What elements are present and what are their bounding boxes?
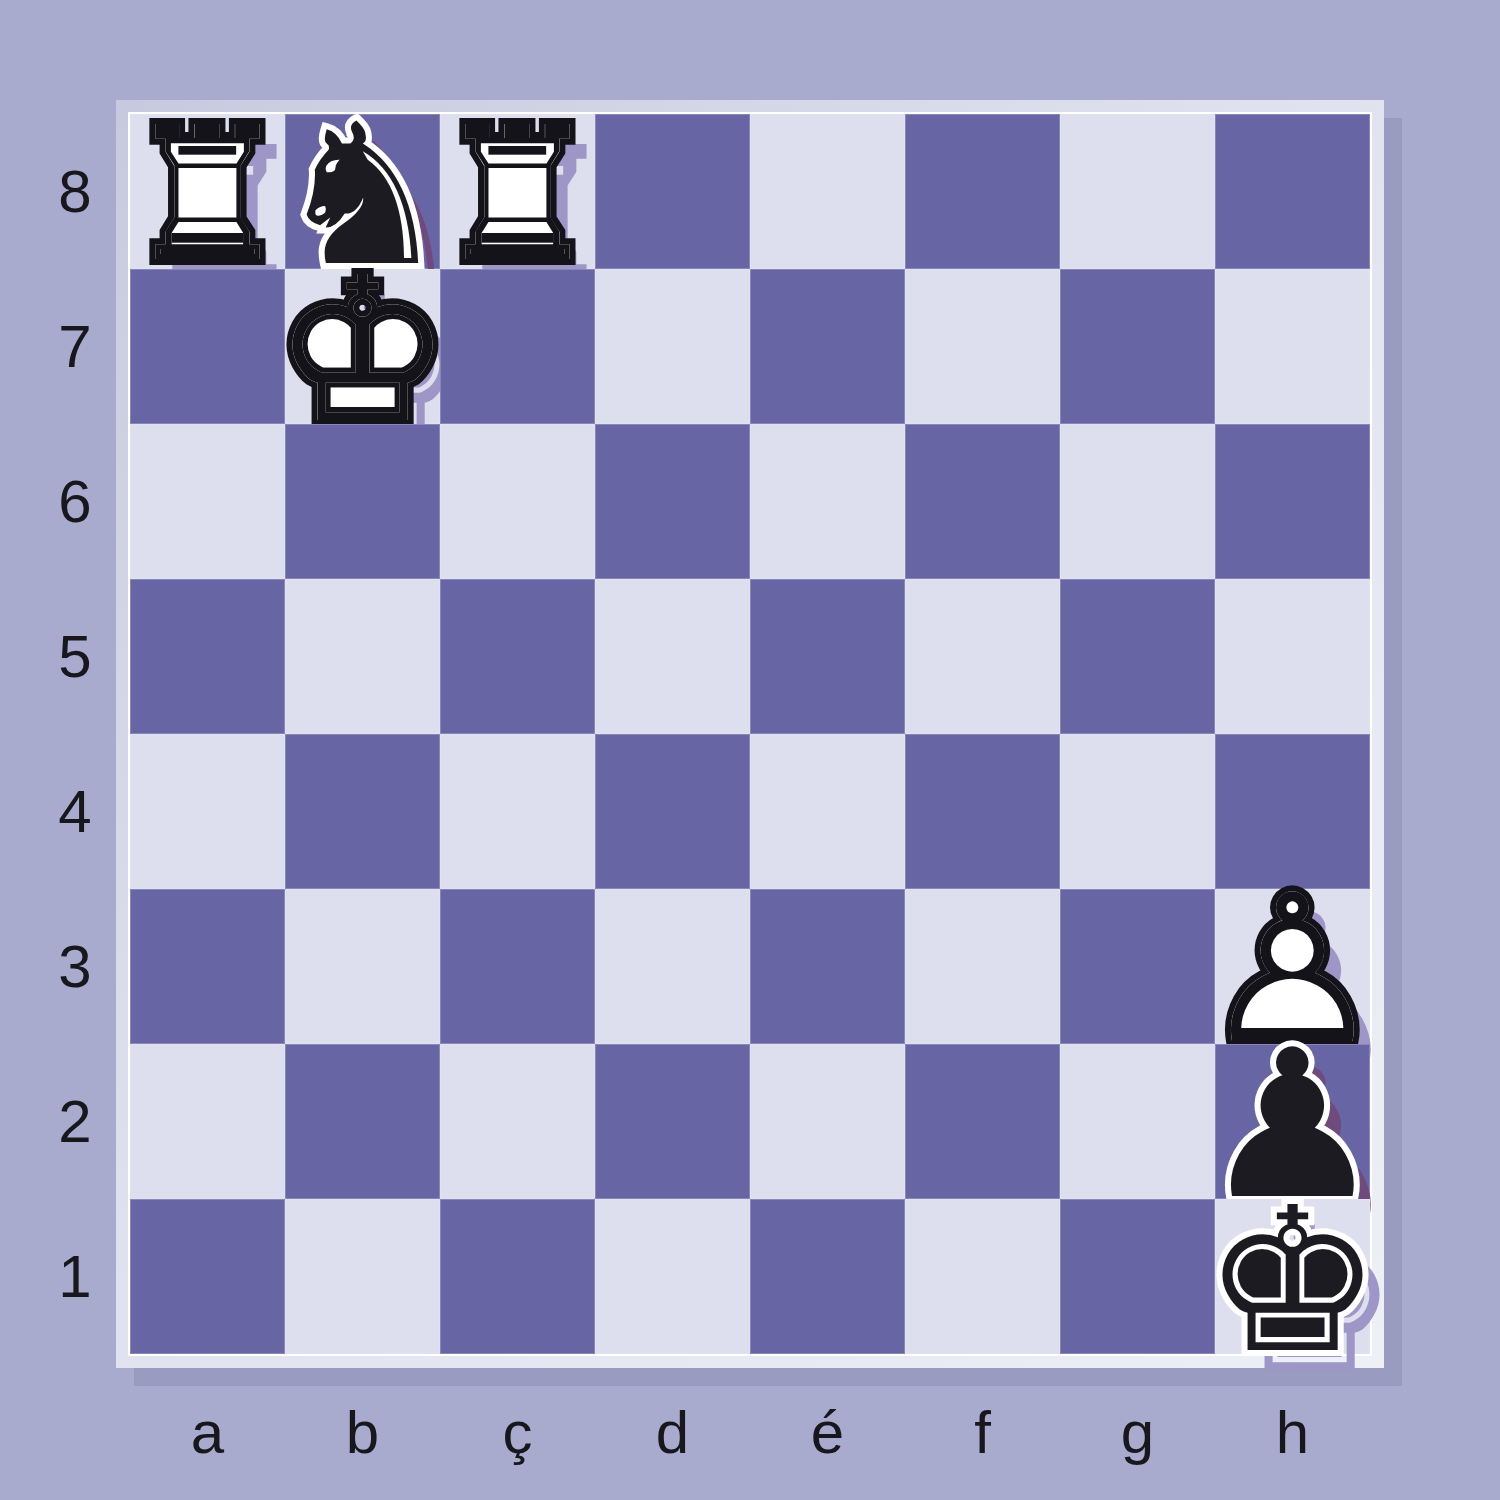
chess-board: ♜♜♜♖♞♞♞♜♜♜♖♚♚♚♔♟♟♟♙♟♟♟♚♚♚	[130, 114, 1370, 1354]
white-rook-c8[interactable]: ♜♜♜♖	[440, 114, 595, 269]
file-label-g: g	[1060, 1386, 1215, 1478]
square-d8[interactable]	[595, 114, 750, 269]
square-b4[interactable]	[285, 734, 440, 889]
square-a6[interactable]	[130, 424, 285, 579]
square-b8[interactable]: ♞♞♞	[285, 114, 440, 269]
square-c5[interactable]	[440, 579, 595, 734]
square-f8[interactable]	[905, 114, 1060, 269]
file-label-c: ç	[440, 1386, 595, 1478]
square-h8[interactable]	[1215, 114, 1370, 269]
rank-label-8: 8	[40, 114, 110, 269]
square-e3[interactable]	[750, 889, 905, 1044]
rank-label-3: 3	[40, 889, 110, 1044]
square-g6[interactable]	[1060, 424, 1215, 579]
square-h7[interactable]	[1215, 269, 1370, 424]
square-h1[interactable]: ♚♚♚	[1215, 1199, 1370, 1354]
square-c1[interactable]	[440, 1199, 595, 1354]
square-e7[interactable]	[750, 269, 905, 424]
square-d3[interactable]	[595, 889, 750, 1044]
file-label-a: a	[130, 1386, 285, 1478]
square-b2[interactable]	[285, 1044, 440, 1199]
square-d4[interactable]	[595, 734, 750, 889]
rank-label-1: 1	[40, 1199, 110, 1354]
white-rook-a8[interactable]: ♜♜♜♖	[130, 114, 285, 269]
square-d2[interactable]	[595, 1044, 750, 1199]
black-king-h1[interactable]: ♚♚♚	[1215, 1199, 1370, 1354]
rank-label-4: 4	[40, 734, 110, 889]
square-a1[interactable]	[130, 1199, 285, 1354]
black-pawn-h2[interactable]: ♟♟♟	[1215, 1044, 1370, 1199]
square-a4[interactable]	[130, 734, 285, 889]
square-g2[interactable]	[1060, 1044, 1215, 1199]
square-g3[interactable]	[1060, 889, 1215, 1044]
square-d7[interactable]	[595, 269, 750, 424]
square-a3[interactable]	[130, 889, 285, 1044]
square-h3[interactable]: ♟♟♟♙	[1215, 889, 1370, 1044]
square-e8[interactable]	[750, 114, 905, 269]
square-g1[interactable]	[1060, 1199, 1215, 1354]
rank-labels: 87654321	[40, 114, 110, 1354]
file-label-f: f	[905, 1386, 1060, 1478]
square-f1[interactable]	[905, 1199, 1060, 1354]
rank-label-2: 2	[40, 1044, 110, 1199]
square-f2[interactable]	[905, 1044, 1060, 1199]
file-label-e: é	[750, 1386, 905, 1478]
black-knight-b8[interactable]: ♞♞♞	[285, 114, 440, 269]
square-b3[interactable]	[285, 889, 440, 1044]
square-f6[interactable]	[905, 424, 1060, 579]
square-c6[interactable]	[440, 424, 595, 579]
rank-label-5: 5	[40, 579, 110, 734]
square-e5[interactable]	[750, 579, 905, 734]
chess-diagram: 87654321 ♜♜♜♖♞♞♞♜♜♜♖♚♚♚♔♟♟♟♙♟♟♟♚♚♚ abçdé…	[0, 0, 1500, 1500]
square-e1[interactable]	[750, 1199, 905, 1354]
square-f4[interactable]	[905, 734, 1060, 889]
square-a8[interactable]: ♜♜♜♖	[130, 114, 285, 269]
square-g4[interactable]	[1060, 734, 1215, 889]
square-g7[interactable]	[1060, 269, 1215, 424]
square-b5[interactable]	[285, 579, 440, 734]
square-c3[interactable]	[440, 889, 595, 1044]
file-label-d: d	[595, 1386, 750, 1478]
square-d5[interactable]	[595, 579, 750, 734]
square-b6[interactable]	[285, 424, 440, 579]
square-g5[interactable]	[1060, 579, 1215, 734]
square-e6[interactable]	[750, 424, 905, 579]
square-a2[interactable]	[130, 1044, 285, 1199]
white-king-b7[interactable]: ♚♚♚♔	[285, 269, 440, 424]
square-c4[interactable]	[440, 734, 595, 889]
white-pawn-h3[interactable]: ♟♟♟♙	[1215, 889, 1370, 1044]
chess-board-frame: ♜♜♜♖♞♞♞♜♜♜♖♚♚♚♔♟♟♟♙♟♟♟♚♚♚	[116, 100, 1384, 1368]
file-label-b: b	[285, 1386, 440, 1478]
square-a7[interactable]	[130, 269, 285, 424]
square-h5[interactable]	[1215, 579, 1370, 734]
square-d6[interactable]	[595, 424, 750, 579]
square-f7[interactable]	[905, 269, 1060, 424]
square-d1[interactable]	[595, 1199, 750, 1354]
square-c8[interactable]: ♜♜♜♖	[440, 114, 595, 269]
file-labels: abçdéfgh	[130, 1386, 1370, 1478]
square-h4[interactable]	[1215, 734, 1370, 889]
file-label-h: h	[1215, 1386, 1370, 1478]
square-f5[interactable]	[905, 579, 1060, 734]
square-h6[interactable]	[1215, 424, 1370, 579]
square-e2[interactable]	[750, 1044, 905, 1199]
square-g8[interactable]	[1060, 114, 1215, 269]
square-h2[interactable]: ♟♟♟	[1215, 1044, 1370, 1199]
square-a5[interactable]	[130, 579, 285, 734]
rank-label-6: 6	[40, 424, 110, 579]
square-f3[interactable]	[905, 889, 1060, 1044]
square-c2[interactable]	[440, 1044, 595, 1199]
rank-label-7: 7	[40, 269, 110, 424]
square-b7[interactable]: ♚♚♚♔	[285, 269, 440, 424]
square-e4[interactable]	[750, 734, 905, 889]
square-b1[interactable]	[285, 1199, 440, 1354]
square-c7[interactable]	[440, 269, 595, 424]
